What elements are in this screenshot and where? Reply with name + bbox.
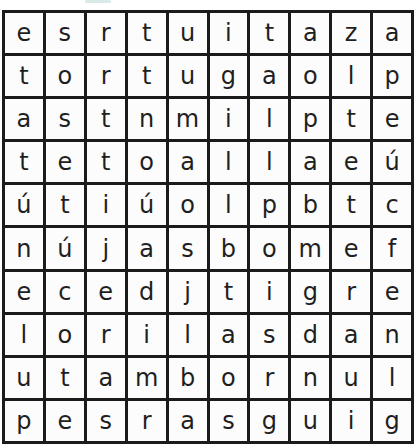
cell-r7c5[interactable]: j: [169, 272, 207, 312]
cell-r1c5[interactable]: u: [169, 13, 207, 53]
cell-r4c10[interactable]: ú: [373, 142, 411, 182]
cell-r1c9[interactable]: z: [332, 13, 370, 53]
cell-r10c6[interactable]: s: [210, 401, 248, 441]
cell-r9c8[interactable]: n: [291, 358, 329, 398]
cell-r5c6[interactable]: l: [210, 185, 248, 225]
cell-r5c1[interactable]: ú: [5, 185, 43, 225]
cell-r6c4[interactable]: a: [128, 228, 166, 268]
cell-r4c4[interactable]: o: [128, 142, 166, 182]
cell-r2c7[interactable]: a: [250, 56, 288, 96]
cell-r9c1[interactable]: u: [5, 358, 43, 398]
cell-r5c4[interactable]: ú: [128, 185, 166, 225]
cell-r4c3[interactable]: t: [87, 142, 125, 182]
cell-r1c3[interactable]: r: [87, 13, 125, 53]
cell-r2c6[interactable]: g: [210, 56, 248, 96]
cell-r6c3[interactable]: j: [87, 228, 125, 268]
scan-artifact: [85, 0, 111, 3]
cell-r6c7[interactable]: o: [250, 228, 288, 268]
cell-r5c3[interactable]: i: [87, 185, 125, 225]
cell-r2c8[interactable]: o: [291, 56, 329, 96]
cell-r9c10[interactable]: l: [373, 358, 411, 398]
cell-r1c4[interactable]: t: [128, 13, 166, 53]
cell-r7c9[interactable]: r: [332, 272, 370, 312]
cell-r5c7[interactable]: p: [250, 185, 288, 225]
word-search-grid: esrtuitazatortugaolpastnmilptetetoallaeú…: [2, 10, 414, 444]
cell-r10c7[interactable]: g: [250, 401, 288, 441]
cell-r8c5[interactable]: l: [169, 315, 207, 355]
cell-r8c9[interactable]: a: [332, 315, 370, 355]
cell-r3c5[interactable]: m: [169, 99, 207, 139]
cell-r1c1[interactable]: e: [5, 13, 43, 53]
cell-r2c9[interactable]: l: [332, 56, 370, 96]
cell-r8c1[interactable]: l: [5, 315, 43, 355]
cell-r10c9[interactable]: i: [332, 401, 370, 441]
cell-r5c10[interactable]: c: [373, 185, 411, 225]
cell-r10c2[interactable]: e: [46, 401, 84, 441]
cell-r3c8[interactable]: p: [291, 99, 329, 139]
cell-r3c6[interactable]: i: [210, 99, 248, 139]
cell-r9c4[interactable]: m: [128, 358, 166, 398]
cell-r3c9[interactable]: t: [332, 99, 370, 139]
cell-r2c4[interactable]: t: [128, 56, 166, 96]
cell-r1c7[interactable]: t: [250, 13, 288, 53]
cell-r5c8[interactable]: b: [291, 185, 329, 225]
cell-r5c2[interactable]: t: [46, 185, 84, 225]
cell-r9c5[interactable]: b: [169, 358, 207, 398]
cell-r6c10[interactable]: f: [373, 228, 411, 268]
cell-r8c7[interactable]: s: [250, 315, 288, 355]
cell-r5c9[interactable]: t: [332, 185, 370, 225]
cell-r1c8[interactable]: a: [291, 13, 329, 53]
cell-r6c5[interactable]: s: [169, 228, 207, 268]
cell-r8c4[interactable]: i: [128, 315, 166, 355]
cell-r2c3[interactable]: r: [87, 56, 125, 96]
cell-r8c2[interactable]: o: [46, 315, 84, 355]
cell-r9c9[interactable]: u: [332, 358, 370, 398]
cell-r6c9[interactable]: e: [332, 228, 370, 268]
cell-r3c10[interactable]: e: [373, 99, 411, 139]
cell-r6c1[interactable]: n: [5, 228, 43, 268]
cell-r4c6[interactable]: l: [210, 142, 248, 182]
cell-r3c7[interactable]: l: [250, 99, 288, 139]
cell-r4c7[interactable]: l: [250, 142, 288, 182]
cell-r4c5[interactable]: a: [169, 142, 207, 182]
cell-r4c9[interactable]: e: [332, 142, 370, 182]
cell-r7c7[interactable]: i: [250, 272, 288, 312]
cell-r9c7[interactable]: r: [250, 358, 288, 398]
cell-r9c3[interactable]: a: [87, 358, 125, 398]
cell-r5c5[interactable]: o: [169, 185, 207, 225]
cell-r8c3[interactable]: r: [87, 315, 125, 355]
cell-r8c10[interactable]: n: [373, 315, 411, 355]
cell-r6c2[interactable]: ú: [46, 228, 84, 268]
cell-r7c1[interactable]: e: [5, 272, 43, 312]
cell-r9c2[interactable]: t: [46, 358, 84, 398]
cell-r1c6[interactable]: i: [210, 13, 248, 53]
cell-r4c1[interactable]: t: [5, 142, 43, 182]
cell-r4c2[interactable]: e: [46, 142, 84, 182]
cell-r10c4[interactable]: r: [128, 401, 166, 441]
cell-r2c10[interactable]: p: [373, 56, 411, 96]
cell-r7c3[interactable]: e: [87, 272, 125, 312]
cell-r2c1[interactable]: t: [5, 56, 43, 96]
cell-r7c2[interactable]: c: [46, 272, 84, 312]
cell-r10c10[interactable]: g: [373, 401, 411, 441]
cell-r8c6[interactable]: a: [210, 315, 248, 355]
cell-r7c4[interactable]: d: [128, 272, 166, 312]
cell-r10c3[interactable]: s: [87, 401, 125, 441]
cell-r3c3[interactable]: t: [87, 99, 125, 139]
cell-r6c8[interactable]: m: [291, 228, 329, 268]
cell-r4c8[interactable]: a: [291, 142, 329, 182]
cell-r6c6[interactable]: b: [210, 228, 248, 268]
cell-r1c2[interactable]: s: [46, 13, 84, 53]
cell-r7c6[interactable]: t: [210, 272, 248, 312]
cell-r3c4[interactable]: n: [128, 99, 166, 139]
cell-r10c5[interactable]: a: [169, 401, 207, 441]
cell-r2c5[interactable]: u: [169, 56, 207, 96]
cell-r7c8[interactable]: g: [291, 272, 329, 312]
cell-r7c10[interactable]: e: [373, 272, 411, 312]
cell-r10c1[interactable]: p: [5, 401, 43, 441]
cell-r2c2[interactable]: o: [46, 56, 84, 96]
cell-r9c6[interactable]: o: [210, 358, 248, 398]
cell-r10c8[interactable]: u: [291, 401, 329, 441]
cell-r3c1[interactable]: a: [5, 99, 43, 139]
cell-r8c8[interactable]: d: [291, 315, 329, 355]
cell-r1c10[interactable]: a: [373, 13, 411, 53]
cell-r3c2[interactable]: s: [46, 99, 84, 139]
